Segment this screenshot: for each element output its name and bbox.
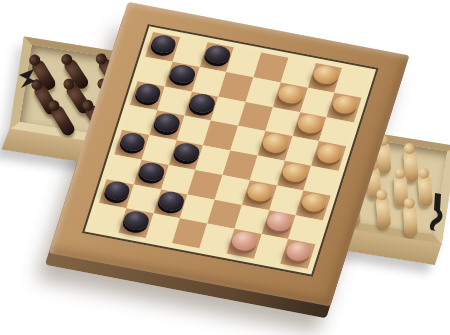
dark-checker[interactable] (157, 190, 186, 212)
dark-checker[interactable] (118, 131, 147, 153)
dark-chess-piece (49, 104, 77, 138)
dark-checker[interactable] (153, 112, 182, 134)
square-r7c7[interactable] (281, 239, 316, 269)
dark-checker[interactable] (122, 209, 151, 231)
light-checker[interactable] (330, 93, 359, 115)
dark-checker[interactable] (172, 141, 201, 163)
light-checker[interactable] (284, 240, 313, 262)
dark-checker[interactable] (203, 43, 232, 65)
dark-checker[interactable] (137, 160, 166, 182)
light-checker[interactable] (296, 113, 325, 135)
light-checker[interactable] (230, 230, 259, 252)
board-grid (91, 32, 369, 269)
light-checker[interactable] (276, 83, 305, 105)
dark-checker[interactable] (133, 82, 162, 104)
light-chess-piece (375, 196, 391, 229)
playing-area (82, 24, 379, 277)
dark-checker[interactable] (149, 33, 178, 55)
light-chess-piece (403, 204, 418, 237)
dark-checker[interactable] (168, 63, 197, 85)
light-checker[interactable] (265, 211, 294, 233)
light-checker[interactable] (245, 181, 274, 203)
light-checker[interactable] (261, 132, 290, 154)
left-clasp-icon (14, 66, 38, 92)
light-checker[interactable] (300, 191, 329, 213)
checkers-set-photo (0, 0, 450, 335)
light-checker[interactable] (311, 64, 340, 86)
dark-checker[interactable] (103, 180, 132, 202)
dark-checker[interactable] (187, 92, 216, 114)
light-checker[interactable] (315, 142, 344, 164)
right-clasp-icon (428, 192, 448, 232)
light-checker[interactable] (280, 162, 309, 184)
checkers-board (49, 2, 410, 306)
